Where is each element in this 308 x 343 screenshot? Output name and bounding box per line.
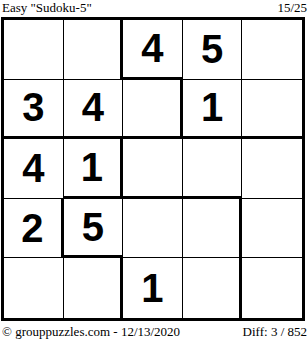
cell-r5c5[interactable]	[242, 258, 302, 318]
cell-r4c3[interactable]	[123, 199, 183, 259]
cell-r1c3: 4	[123, 20, 183, 80]
cell-r3c3[interactable]	[123, 139, 183, 199]
puzzle-counter: 15/25	[277, 0, 307, 15]
sudoku-grid: 4534141251	[1, 17, 305, 321]
cell-r5c2[interactable]	[64, 258, 124, 318]
cell-r2c4: 1	[183, 80, 243, 140]
cell-r1c1[interactable]	[4, 20, 64, 80]
difficulty-label: Diff: 3 / 852	[243, 324, 307, 340]
cell-r2c5[interactable]	[242, 80, 302, 140]
copyright-credit: © grouppuzzles.com - 12/13/2020	[2, 324, 180, 340]
header: Easy "Sudoku-5" 15/25	[2, 0, 307, 16]
cell-r5c3: 1	[123, 258, 183, 318]
cell-r1c2[interactable]	[64, 20, 124, 80]
cell-r5c1[interactable]	[4, 258, 64, 318]
cell-r3c2: 1	[64, 139, 124, 199]
cell-r4c1: 2	[4, 199, 64, 259]
cell-r2c3[interactable]	[123, 80, 183, 140]
cell-r2c2: 4	[64, 80, 124, 140]
cell-r4c5[interactable]	[242, 199, 302, 259]
cell-r3c1: 4	[4, 139, 64, 199]
cell-r3c5[interactable]	[242, 139, 302, 199]
cell-r1c4: 5	[183, 20, 243, 80]
cell-r5c4[interactable]	[183, 258, 243, 318]
cell-r3c4[interactable]	[183, 139, 243, 199]
cell-r4c2: 5	[64, 199, 124, 259]
cell-r2c1: 3	[4, 80, 64, 140]
cell-r1c5[interactable]	[242, 20, 302, 80]
cell-r4c4[interactable]	[183, 199, 243, 259]
puzzle-title: Easy "Sudoku-5"	[2, 0, 92, 15]
footer: © grouppuzzles.com - 12/13/2020 Diff: 3 …	[2, 324, 307, 342]
